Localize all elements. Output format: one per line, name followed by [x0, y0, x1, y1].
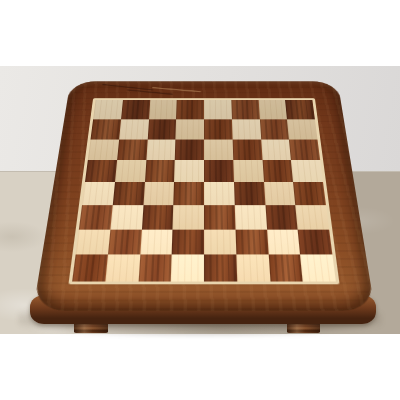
square-f2 — [235, 229, 268, 254]
square-g2 — [267, 229, 301, 254]
square-b7 — [119, 119, 149, 139]
square-c1 — [138, 255, 172, 282]
square-b4 — [113, 182, 145, 205]
square-h1 — [300, 255, 336, 282]
square-c7 — [147, 119, 176, 139]
square-h7 — [287, 119, 317, 139]
square-a2 — [76, 229, 111, 254]
board — [72, 100, 336, 281]
square-a5 — [85, 160, 117, 182]
square-f6 — [232, 139, 262, 160]
square-d4 — [174, 182, 204, 205]
square-b6 — [117, 139, 147, 160]
square-c6 — [146, 139, 176, 160]
square-h6 — [289, 139, 320, 160]
square-h4 — [293, 182, 326, 205]
square-g5 — [262, 160, 293, 182]
square-b5 — [115, 160, 146, 182]
square-c5 — [145, 160, 175, 182]
square-e8 — [204, 100, 232, 119]
square-e2 — [204, 229, 236, 254]
square-h8 — [285, 100, 315, 119]
square-d5 — [174, 160, 204, 182]
square-f8 — [231, 100, 259, 119]
board-frame — [33, 81, 375, 311]
square-g6 — [261, 139, 291, 160]
square-f5 — [233, 160, 263, 182]
square-g1 — [268, 255, 303, 282]
square-e5 — [204, 160, 234, 182]
square-b1 — [105, 255, 140, 282]
square-e7 — [204, 119, 232, 139]
square-g7 — [259, 119, 289, 139]
square-d8 — [176, 100, 204, 119]
square-f3 — [234, 205, 266, 229]
square-g4 — [264, 182, 296, 205]
square-f1 — [236, 255, 270, 282]
square-d2 — [172, 229, 204, 254]
square-h3 — [295, 205, 329, 229]
square-e6 — [204, 139, 233, 160]
square-h2 — [298, 229, 333, 254]
square-d1 — [171, 255, 204, 282]
square-f7 — [232, 119, 261, 139]
square-a6 — [88, 139, 119, 160]
square-e1 — [204, 255, 237, 282]
square-a3 — [79, 205, 113, 229]
square-c4 — [143, 182, 174, 205]
square-c2 — [140, 229, 173, 254]
square-a1 — [72, 255, 108, 282]
square-d7 — [176, 119, 204, 139]
chess-table-photo — [0, 0, 400, 400]
square-a7 — [91, 119, 121, 139]
square-b8 — [121, 100, 150, 119]
square-a8 — [93, 100, 123, 119]
square-d6 — [175, 139, 204, 160]
square-g8 — [258, 100, 287, 119]
square-f4 — [234, 182, 265, 205]
square-g3 — [265, 205, 298, 229]
square-a4 — [82, 182, 115, 205]
square-h5 — [291, 160, 323, 182]
square-e3 — [204, 205, 235, 229]
square-b2 — [108, 229, 142, 254]
table-top — [33, 81, 375, 311]
square-c8 — [149, 100, 177, 119]
square-b3 — [110, 205, 143, 229]
square-d3 — [173, 205, 204, 229]
square-c3 — [141, 205, 173, 229]
square-e4 — [204, 182, 234, 205]
